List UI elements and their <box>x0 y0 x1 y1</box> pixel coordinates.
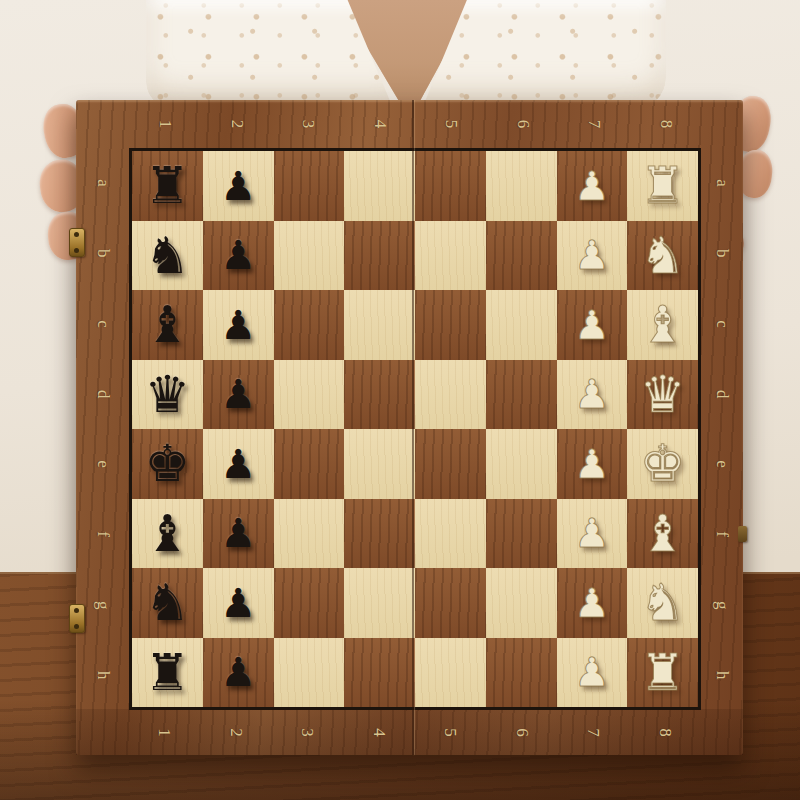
file-label-d: d <box>67 367 137 420</box>
white-knight: ♞ <box>640 230 686 281</box>
black-pawn: ♟ <box>220 235 256 275</box>
square-f5 <box>415 499 486 569</box>
rank-labels-bottom: 12345678 <box>129 710 701 755</box>
square-b3 <box>274 221 345 291</box>
white-knight: ♞ <box>640 577 686 628</box>
white-pawn: ♟ <box>574 652 610 692</box>
square-c5 <box>415 290 486 360</box>
file-label-g: g <box>67 578 137 631</box>
square-b4 <box>344 221 415 291</box>
square-d3 <box>274 360 345 430</box>
file-label-c: c <box>687 303 757 345</box>
white-pawn: ♟ <box>574 235 610 275</box>
square-e5 <box>415 429 486 499</box>
file-label-d: d <box>687 373 757 415</box>
square-b1: ♞ <box>132 221 203 291</box>
chess-board: 12345678 12345678 abcdefgh abcdefgh ♜♟♟♜… <box>76 100 743 755</box>
black-pawn: ♟ <box>220 652 256 692</box>
square-b6 <box>486 221 557 291</box>
square-e3 <box>274 429 345 499</box>
white-bishop: ♝ <box>640 508 686 559</box>
square-f1: ♝ <box>132 499 203 569</box>
black-pawn: ♟ <box>220 305 256 345</box>
black-bishop: ♝ <box>145 299 191 350</box>
white-queen: ♛ <box>640 369 686 420</box>
black-queen: ♛ <box>145 369 191 420</box>
square-f4 <box>344 499 415 569</box>
file-label-f: f <box>67 508 137 561</box>
file-label-b: b <box>67 227 137 280</box>
square-c3 <box>274 290 345 360</box>
file-label-c: c <box>67 297 137 350</box>
rank-label-4: 4 <box>355 88 403 160</box>
white-king: ♚ <box>640 438 686 489</box>
square-f2: ♟ <box>203 499 274 569</box>
rank-label-3: 3 <box>285 697 330 769</box>
white-pawn: ♟ <box>574 305 610 345</box>
rank-label-3: 3 <box>284 88 332 160</box>
file-label-g: g <box>687 584 757 626</box>
white-rook: ♜ <box>640 160 686 211</box>
file-label-e: e <box>67 438 137 491</box>
square-a2: ♟ <box>203 151 274 221</box>
file-label-h: h <box>687 654 757 696</box>
square-c4 <box>344 290 415 360</box>
square-d7: ♟ <box>557 360 628 430</box>
rank-label-7: 7 <box>571 697 616 769</box>
square-d5 <box>415 360 486 430</box>
black-rook: ♜ <box>145 160 191 211</box>
square-a1: ♜ <box>132 151 203 221</box>
rank-labels-top: 12345678 <box>129 100 701 148</box>
square-c7: ♟ <box>557 290 628 360</box>
rank-label-7: 7 <box>570 88 618 160</box>
square-g6 <box>486 568 557 638</box>
white-rook: ♜ <box>640 647 686 698</box>
rank-label-6: 6 <box>498 88 546 160</box>
black-pawn: ♟ <box>220 513 256 553</box>
square-c6 <box>486 290 557 360</box>
square-g5 <box>415 568 486 638</box>
white-bishop: ♝ <box>640 299 686 350</box>
square-g1: ♞ <box>132 568 203 638</box>
square-f6 <box>486 499 557 569</box>
square-c2: ♟ <box>203 290 274 360</box>
rank-label-8: 8 <box>641 88 689 160</box>
white-pawn: ♟ <box>574 374 610 414</box>
black-bishop: ♝ <box>145 508 191 559</box>
rank-label-5: 5 <box>428 697 473 769</box>
square-g7: ♟ <box>557 568 628 638</box>
square-b2: ♟ <box>203 221 274 291</box>
square-a5 <box>415 151 486 221</box>
black-knight: ♞ <box>145 577 191 628</box>
rank-label-2: 2 <box>214 697 259 769</box>
square-g2: ♟ <box>203 568 274 638</box>
square-f3 <box>274 499 345 569</box>
square-a7: ♟ <box>557 151 628 221</box>
board-grid: ♜♟♟♜♞♟♟♞♝♟♟♝♛♟♟♛♚♟♟♚♝♟♟♝♞♟♟♞♜♟♟♜ <box>129 148 701 710</box>
square-e6 <box>486 429 557 499</box>
rank-label-1: 1 <box>141 88 189 160</box>
square-g4 <box>344 568 415 638</box>
black-pawn: ♟ <box>220 583 256 623</box>
photo-scene: 12345678 12345678 abcdefgh abcdefgh ♜♟♟♜… <box>0 0 800 800</box>
square-d6 <box>486 360 557 430</box>
file-label-h: h <box>67 648 137 701</box>
fold-seam <box>412 100 414 755</box>
square-a4 <box>344 151 415 221</box>
black-king: ♚ <box>145 438 191 489</box>
square-b5 <box>415 221 486 291</box>
rank-label-8: 8 <box>643 697 688 769</box>
square-e4 <box>344 429 415 499</box>
white-pawn: ♟ <box>574 166 610 206</box>
black-knight: ♞ <box>145 230 191 281</box>
black-pawn: ♟ <box>220 444 256 484</box>
white-pawn: ♟ <box>574 513 610 553</box>
file-labels-right: abcdefgh <box>701 148 743 710</box>
black-pawn: ♟ <box>220 374 256 414</box>
square-a6 <box>486 151 557 221</box>
file-labels-left: abcdefgh <box>76 148 129 710</box>
file-label-e: e <box>687 443 757 485</box>
file-label-a: a <box>67 157 137 210</box>
square-f7: ♟ <box>557 499 628 569</box>
square-d2: ♟ <box>203 360 274 430</box>
square-e1: ♚ <box>132 429 203 499</box>
white-pawn: ♟ <box>574 444 610 484</box>
black-pawn: ♟ <box>220 166 256 206</box>
square-d1: ♛ <box>132 360 203 430</box>
rank-label-1: 1 <box>142 697 187 769</box>
square-e7: ♟ <box>557 429 628 499</box>
rank-label-6: 6 <box>500 697 545 769</box>
square-a3 <box>274 151 345 221</box>
square-e2: ♟ <box>203 429 274 499</box>
square-d4 <box>344 360 415 430</box>
rank-label-4: 4 <box>357 697 402 769</box>
black-rook: ♜ <box>145 647 191 698</box>
white-pawn: ♟ <box>574 583 610 623</box>
file-label-a: a <box>687 162 757 204</box>
file-label-b: b <box>687 232 757 274</box>
rank-label-2: 2 <box>212 88 260 160</box>
rank-label-5: 5 <box>427 88 475 160</box>
file-label-f: f <box>687 513 757 555</box>
square-c1: ♝ <box>132 290 203 360</box>
square-g3 <box>274 568 345 638</box>
square-b7: ♟ <box>557 221 628 291</box>
